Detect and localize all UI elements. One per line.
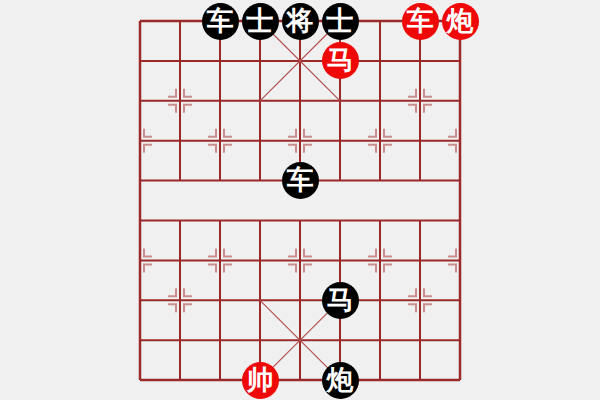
point-marker (448, 129, 456, 137)
point-marker (368, 129, 376, 137)
piece-red-general[interactable]: 帅 (242, 362, 279, 399)
piece-black-chariot[interactable]: 车 (282, 162, 319, 199)
point-marker (288, 248, 296, 256)
point-marker (224, 129, 232, 137)
point-marker (168, 288, 176, 296)
point-marker (208, 145, 216, 153)
point-marker (448, 248, 456, 256)
point-marker (448, 264, 456, 272)
piece-black-general[interactable]: 将 (282, 3, 319, 40)
point-marker (184, 105, 192, 113)
point-marker (304, 145, 312, 153)
point-marker (184, 304, 192, 312)
point-marker (448, 145, 456, 153)
point-marker (208, 264, 216, 272)
point-marker (224, 264, 232, 272)
point-marker (424, 288, 432, 296)
piece-red-horse[interactable]: 马 (322, 42, 359, 79)
board-grid (0, 0, 600, 400)
point-marker (384, 248, 392, 256)
point-marker (304, 129, 312, 137)
piece-black-horse[interactable]: 马 (322, 282, 359, 319)
piece-black-advisor[interactable]: 士 (242, 3, 279, 40)
point-marker (144, 129, 152, 137)
point-marker (184, 288, 192, 296)
point-marker (408, 89, 416, 97)
piece-red-cannon[interactable]: 炮 (442, 3, 479, 40)
piece-red-chariot[interactable]: 车 (402, 3, 439, 40)
point-marker (288, 145, 296, 153)
point-marker (384, 145, 392, 153)
point-marker (424, 89, 432, 97)
point-marker (304, 248, 312, 256)
point-marker (168, 304, 176, 312)
point-marker (408, 304, 416, 312)
point-marker (224, 145, 232, 153)
point-marker (424, 105, 432, 113)
point-marker (288, 129, 296, 137)
point-marker (424, 304, 432, 312)
point-marker (384, 264, 392, 272)
point-marker (384, 129, 392, 137)
point-marker (208, 248, 216, 256)
point-marker (144, 145, 152, 153)
point-marker (368, 264, 376, 272)
point-marker (184, 89, 192, 97)
point-marker (168, 105, 176, 113)
xiangqi-board[interactable]: 车士将士车炮马车马帅炮 (0, 0, 600, 400)
point-marker (368, 145, 376, 153)
point-marker (224, 248, 232, 256)
piece-black-chariot[interactable]: 车 (202, 3, 239, 40)
point-marker (408, 105, 416, 113)
piece-black-cannon[interactable]: 炮 (322, 362, 359, 399)
point-marker (144, 264, 152, 272)
point-marker (144, 248, 152, 256)
piece-black-advisor[interactable]: 士 (322, 3, 359, 40)
point-marker (208, 129, 216, 137)
point-marker (368, 248, 376, 256)
point-marker (304, 264, 312, 272)
point-marker (168, 89, 176, 97)
point-marker (408, 288, 416, 296)
point-marker (288, 264, 296, 272)
